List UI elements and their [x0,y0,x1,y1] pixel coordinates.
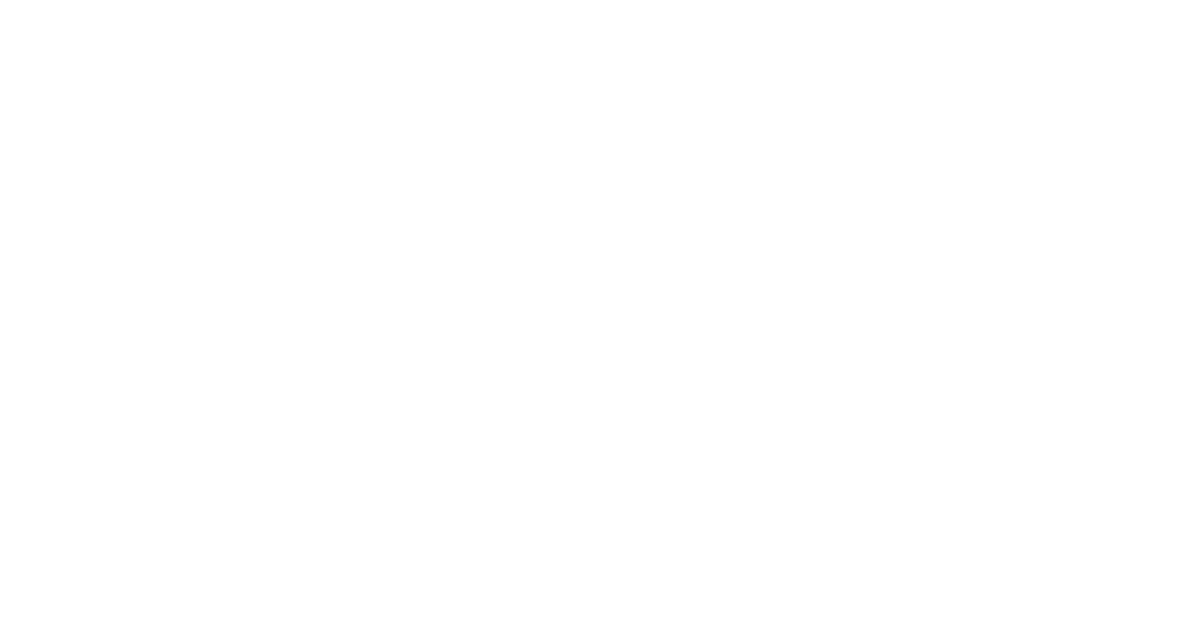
board-viewport [0,0,1200,628]
chessboard [0,0,1200,628]
